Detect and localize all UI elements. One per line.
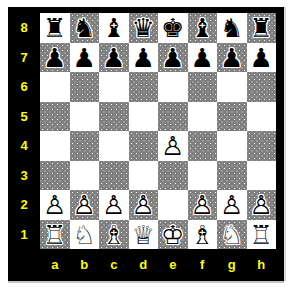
file-label-d: d <box>129 249 159 281</box>
square-f7[interactable]: ♟ <box>188 43 218 73</box>
square-f4[interactable] <box>188 131 218 161</box>
square-h5[interactable] <box>247 102 277 132</box>
square-a7[interactable]: ♟ <box>40 43 70 73</box>
square-c4[interactable] <box>99 131 129 161</box>
rank-labels: 87654321 <box>8 13 40 249</box>
square-g2[interactable]: ♟♙ <box>217 190 247 220</box>
square-c1[interactable]: ♝♗ <box>99 220 129 250</box>
square-h1[interactable]: ♜♖ <box>247 220 277 250</box>
file-labels: abcdefgh <box>40 249 276 281</box>
rank-label-8: 8 <box>8 13 40 43</box>
piece-white-pawn: ♟♙ <box>188 190 218 220</box>
square-b8[interactable]: ♞ <box>70 13 100 43</box>
rank-label-6: 6 <box>8 72 40 102</box>
piece-black-pawn: ♟ <box>217 43 247 73</box>
square-h3[interactable] <box>247 161 277 191</box>
square-d7[interactable]: ♟ <box>129 43 159 73</box>
file-label-g: g <box>217 249 247 281</box>
square-b2[interactable]: ♟♙ <box>70 190 100 220</box>
piece-white-pawn: ♟♙ <box>217 190 247 220</box>
piece-white-knight: ♞♘ <box>70 220 100 250</box>
piece-white-rook: ♜♖ <box>247 220 277 250</box>
square-g6[interactable] <box>217 72 247 102</box>
square-a8[interactable]: ♜ <box>40 13 70 43</box>
file-label-h: h <box>247 249 277 281</box>
square-d6[interactable] <box>129 72 159 102</box>
piece-black-king: ♚ <box>158 13 188 43</box>
square-h8[interactable]: ♜ <box>247 13 277 43</box>
square-c3[interactable] <box>99 161 129 191</box>
piece-black-bishop: ♝ <box>188 13 218 43</box>
piece-black-pawn: ♟ <box>158 43 188 73</box>
piece-black-knight: ♞ <box>217 13 247 43</box>
rank-label-4: 4 <box>8 131 40 161</box>
square-e4[interactable]: ♟♙ <box>158 131 188 161</box>
piece-black-bishop: ♝ <box>99 13 129 43</box>
square-c2[interactable]: ♟♙ <box>99 190 129 220</box>
board: ♜♞♝♛♚♝♞♜♟♟♟♟♟♟♟♟♟♙♟♙♟♙♟♙♟♙♟♙♟♙♟♙♜♖♞♘♝♗♛♕… <box>40 13 276 249</box>
square-b3[interactable] <box>70 161 100 191</box>
square-a4[interactable] <box>40 131 70 161</box>
piece-black-pawn: ♟ <box>70 43 100 73</box>
square-g7[interactable]: ♟ <box>217 43 247 73</box>
square-d5[interactable] <box>129 102 159 132</box>
rank-label-5: 5 <box>8 102 40 132</box>
rank-label-2: 2 <box>8 190 40 220</box>
rank-label-1: 1 <box>8 220 40 250</box>
square-a6[interactable] <box>40 72 70 102</box>
file-label-e: e <box>158 249 188 281</box>
piece-black-rook: ♜ <box>247 13 277 43</box>
square-g5[interactable] <box>217 102 247 132</box>
square-b7[interactable]: ♟ <box>70 43 100 73</box>
piece-white-queen: ♛♕ <box>129 220 159 250</box>
piece-white-bishop: ♝♗ <box>99 220 129 250</box>
square-b1[interactable]: ♞♘ <box>70 220 100 250</box>
square-h4[interactable] <box>247 131 277 161</box>
file-label-a: a <box>40 249 70 281</box>
piece-black-pawn: ♟ <box>247 43 277 73</box>
piece-white-pawn: ♟♙ <box>70 190 100 220</box>
square-d3[interactable] <box>129 161 159 191</box>
piece-white-rook: ♜♖ <box>40 220 70 250</box>
square-f3[interactable] <box>188 161 218 191</box>
square-f1[interactable]: ♝♗ <box>188 220 218 250</box>
square-d4[interactable] <box>129 131 159 161</box>
square-e6[interactable] <box>158 72 188 102</box>
square-c6[interactable] <box>99 72 129 102</box>
piece-black-pawn: ♟ <box>129 43 159 73</box>
square-d8[interactable]: ♛ <box>129 13 159 43</box>
rank-label-3: 3 <box>8 161 40 191</box>
square-a3[interactable] <box>40 161 70 191</box>
square-b5[interactable] <box>70 102 100 132</box>
square-f5[interactable] <box>188 102 218 132</box>
square-g3[interactable] <box>217 161 247 191</box>
square-g8[interactable]: ♞ <box>217 13 247 43</box>
piece-black-queen: ♛ <box>129 13 159 43</box>
square-e3[interactable] <box>158 161 188 191</box>
square-e8[interactable]: ♚ <box>158 13 188 43</box>
square-f2[interactable]: ♟♙ <box>188 190 218 220</box>
piece-white-pawn: ♟♙ <box>99 190 129 220</box>
square-f8[interactable]: ♝ <box>188 13 218 43</box>
piece-white-king: ♚♔ <box>158 220 188 250</box>
piece-white-bishop: ♝♗ <box>188 220 218 250</box>
file-label-c: c <box>99 249 129 281</box>
square-d1[interactable]: ♛♕ <box>129 220 159 250</box>
square-f6[interactable] <box>188 72 218 102</box>
square-a1[interactable]: ♜♖ <box>40 220 70 250</box>
square-g1[interactable]: ♞♘ <box>217 220 247 250</box>
square-e2[interactable] <box>158 190 188 220</box>
piece-white-pawn: ♟♙ <box>247 190 277 220</box>
file-label-b: b <box>70 249 100 281</box>
square-c7[interactable]: ♟ <box>99 43 129 73</box>
square-a5[interactable] <box>40 102 70 132</box>
rank-label-7: 7 <box>8 43 40 73</box>
square-c5[interactable] <box>99 102 129 132</box>
square-b6[interactable] <box>70 72 100 102</box>
piece-black-knight: ♞ <box>70 13 100 43</box>
piece-white-pawn: ♟♙ <box>158 131 188 161</box>
square-e5[interactable] <box>158 102 188 132</box>
square-d2[interactable]: ♟♙ <box>129 190 159 220</box>
square-e1[interactable]: ♚♔ <box>158 220 188 250</box>
file-label-f: f <box>188 249 218 281</box>
piece-white-pawn: ♟♙ <box>129 190 159 220</box>
piece-white-pawn: ♟♙ <box>40 190 70 220</box>
piece-white-knight: ♞♘ <box>217 220 247 250</box>
piece-black-pawn: ♟ <box>99 43 129 73</box>
square-h7[interactable]: ♟ <box>247 43 277 73</box>
square-a2[interactable]: ♟♙ <box>40 190 70 220</box>
piece-black-pawn: ♟ <box>188 43 218 73</box>
square-e7[interactable]: ♟ <box>158 43 188 73</box>
square-g4[interactable] <box>217 131 247 161</box>
square-h6[interactable] <box>247 72 277 102</box>
square-c8[interactable]: ♝ <box>99 13 129 43</box>
piece-black-rook: ♜ <box>40 13 70 43</box>
piece-black-pawn: ♟ <box>40 43 70 73</box>
square-b4[interactable] <box>70 131 100 161</box>
square-h2[interactable]: ♟♙ <box>247 190 277 220</box>
